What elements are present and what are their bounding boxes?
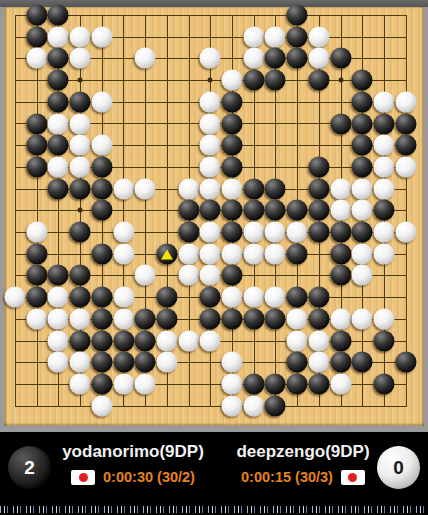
black-stone xyxy=(222,308,243,329)
player-right-block: deepzengo(9DP) 0:00:15 (30/3) xyxy=(218,442,388,485)
black-stone xyxy=(26,287,47,308)
black-stone xyxy=(48,178,69,199)
white-stone xyxy=(70,135,91,156)
white-stone xyxy=(26,222,47,243)
white-stone xyxy=(48,26,69,47)
black-stone xyxy=(373,330,394,351)
black-stone xyxy=(200,308,221,329)
white-stone xyxy=(352,265,373,286)
white-stone xyxy=(287,222,308,243)
black-stone xyxy=(91,352,112,373)
black-stone xyxy=(222,113,243,134)
white-stone xyxy=(91,91,112,112)
black-stone xyxy=(287,48,308,69)
player-right-timer: 0:00:15 (30/3) xyxy=(241,469,333,485)
black-stone xyxy=(243,373,264,394)
white-stone xyxy=(373,91,394,112)
black-stone xyxy=(178,200,199,221)
white-stone xyxy=(395,156,416,177)
white-stone xyxy=(48,287,69,308)
black-stone xyxy=(352,156,373,177)
black-stone xyxy=(70,265,91,286)
black-stone xyxy=(26,26,47,47)
white-stone xyxy=(200,135,221,156)
white-stone xyxy=(243,287,264,308)
white-stone xyxy=(395,91,416,112)
black-stone xyxy=(330,222,351,243)
black-stone xyxy=(91,200,112,221)
white-stone xyxy=(70,308,91,329)
player-left-block: yodanorimo(9DP) 0:00:30 (30/2) xyxy=(48,442,218,485)
black-stone xyxy=(113,352,134,373)
white-stone xyxy=(243,395,264,416)
black-stone xyxy=(308,287,329,308)
white-stone xyxy=(373,135,394,156)
black-stone xyxy=(91,373,112,394)
white-stone xyxy=(330,308,351,329)
white-stone xyxy=(200,222,221,243)
white-stone xyxy=(178,178,199,199)
black-stone xyxy=(352,91,373,112)
black-stone xyxy=(265,48,286,69)
white-stone xyxy=(200,330,221,351)
white-stone xyxy=(178,243,199,264)
black-stone xyxy=(287,26,308,47)
white-stone xyxy=(352,200,373,221)
star-point xyxy=(78,208,83,213)
white-stone xyxy=(222,287,243,308)
black-stone xyxy=(26,135,47,156)
white-stone xyxy=(308,26,329,47)
white-stone xyxy=(352,178,373,199)
black-stone xyxy=(178,222,199,243)
white-stone xyxy=(330,178,351,199)
black-stone xyxy=(352,352,373,373)
black-stone xyxy=(26,113,47,134)
black-stone xyxy=(91,178,112,199)
white-stone xyxy=(373,156,394,177)
japan-flag-icon xyxy=(341,470,365,485)
black-capture-count: 2 xyxy=(8,446,51,489)
white-stone xyxy=(70,373,91,394)
white-stone xyxy=(135,265,156,286)
black-stone xyxy=(330,113,351,134)
white-stone xyxy=(373,243,394,264)
black-stone xyxy=(352,70,373,91)
player-left-timer-row: 0:00:30 (30/2) xyxy=(71,469,195,485)
white-stone xyxy=(222,70,243,91)
white-stone xyxy=(243,222,264,243)
white-stone xyxy=(91,26,112,47)
white-stone xyxy=(243,26,264,47)
black-stone xyxy=(373,200,394,221)
white-stone xyxy=(26,308,47,329)
black-stone xyxy=(395,135,416,156)
white-stone xyxy=(265,287,286,308)
black-stone xyxy=(48,48,69,69)
white-stone xyxy=(222,178,243,199)
white-stone xyxy=(222,352,243,373)
white-stone xyxy=(200,113,221,134)
white-stone xyxy=(5,287,26,308)
black-stone xyxy=(222,91,243,112)
black-stone xyxy=(156,308,177,329)
white-stone xyxy=(135,373,156,394)
black-stone xyxy=(265,70,286,91)
black-stone xyxy=(222,222,243,243)
white-stone xyxy=(178,265,199,286)
white-stone xyxy=(243,243,264,264)
white-stone xyxy=(113,243,134,264)
black-stone xyxy=(395,113,416,134)
white-stone xyxy=(135,48,156,69)
black-stone xyxy=(135,352,156,373)
black-stone xyxy=(200,200,221,221)
black-stone xyxy=(352,222,373,243)
white-stone xyxy=(243,48,264,69)
white-stone xyxy=(113,178,134,199)
white-stone xyxy=(373,308,394,329)
black-stone xyxy=(243,200,264,221)
black-stone xyxy=(91,308,112,329)
white-stone xyxy=(373,178,394,199)
white-stone xyxy=(352,243,373,264)
black-stone xyxy=(70,178,91,199)
black-stone xyxy=(287,352,308,373)
player-info-panel: 2 yodanorimo(9DP) 0:00:30 (30/2) deepzen… xyxy=(0,432,428,515)
black-stone xyxy=(265,178,286,199)
white-stone xyxy=(265,243,286,264)
last-move-triangle-marker xyxy=(161,249,173,259)
white-stone xyxy=(200,48,221,69)
white-stone xyxy=(70,26,91,47)
white-stone xyxy=(91,395,112,416)
black-stone xyxy=(48,91,69,112)
white-stone xyxy=(200,178,221,199)
white-stone xyxy=(200,243,221,264)
black-stone xyxy=(26,265,47,286)
star-point xyxy=(338,78,343,83)
black-stone xyxy=(48,5,69,26)
black-stone xyxy=(308,308,329,329)
white-stone xyxy=(91,135,112,156)
black-stone xyxy=(287,5,308,26)
black-stone xyxy=(48,265,69,286)
player-left-name: yodanorimo(9DP) xyxy=(62,442,204,462)
white-stone xyxy=(70,352,91,373)
black-stone xyxy=(330,48,351,69)
white-stone xyxy=(200,91,221,112)
white-stone xyxy=(222,395,243,416)
black-stone xyxy=(48,135,69,156)
star-point xyxy=(208,78,213,83)
move-history-strip[interactable] xyxy=(0,503,428,515)
white-stone xyxy=(26,48,47,69)
star-point xyxy=(78,78,83,83)
white-stone xyxy=(48,113,69,134)
white-stone xyxy=(395,222,416,243)
white-stone xyxy=(70,113,91,134)
black-stone xyxy=(135,308,156,329)
white-stone xyxy=(308,48,329,69)
black-stone xyxy=(287,287,308,308)
black-stone xyxy=(287,373,308,394)
black-stone xyxy=(91,243,112,264)
player-left-timer: 0:00:30 (30/2) xyxy=(103,469,195,485)
black-stone xyxy=(373,373,394,394)
black-stone xyxy=(200,287,221,308)
white-stone xyxy=(265,222,286,243)
white-capture-count: 0 xyxy=(377,446,420,489)
black-stone xyxy=(91,287,112,308)
white-stone xyxy=(330,200,351,221)
black-stone xyxy=(91,330,112,351)
black-stone xyxy=(330,243,351,264)
black-stone xyxy=(222,135,243,156)
black-stone xyxy=(287,200,308,221)
black-stone xyxy=(26,156,47,177)
black-stone xyxy=(352,113,373,134)
white-stone xyxy=(113,222,134,243)
white-stone xyxy=(70,156,91,177)
black-stone xyxy=(26,243,47,264)
white-stone xyxy=(135,178,156,199)
black-stone xyxy=(26,5,47,26)
black-stone xyxy=(243,178,264,199)
white-stone xyxy=(48,352,69,373)
white-stone xyxy=(113,308,134,329)
black-stone xyxy=(222,156,243,177)
black-stone xyxy=(330,265,351,286)
black-stone xyxy=(48,70,69,91)
black-stone xyxy=(308,200,329,221)
black-stone xyxy=(70,91,91,112)
black-stone xyxy=(265,200,286,221)
white-stone xyxy=(287,330,308,351)
white-stone xyxy=(308,330,329,351)
black-stone xyxy=(308,222,329,243)
white-stone xyxy=(113,287,134,308)
black-stone xyxy=(265,373,286,394)
white-stone xyxy=(200,265,221,286)
black-stone xyxy=(222,200,243,221)
black-stone xyxy=(330,330,351,351)
white-stone xyxy=(48,308,69,329)
black-stone xyxy=(70,222,91,243)
black-stone xyxy=(373,113,394,134)
white-stone xyxy=(373,222,394,243)
white-stone xyxy=(308,352,329,373)
black-stone xyxy=(243,70,264,91)
black-stone xyxy=(156,287,177,308)
white-stone xyxy=(352,308,373,329)
black-stone xyxy=(287,243,308,264)
black-stone xyxy=(308,156,329,177)
white-stone xyxy=(178,330,199,351)
white-stone xyxy=(113,373,134,394)
black-stone xyxy=(265,395,286,416)
go-board[interactable] xyxy=(0,7,428,432)
white-stone xyxy=(330,373,351,394)
white-stone xyxy=(48,156,69,177)
player-right-timer-row: 0:00:15 (30/3) xyxy=(241,469,365,485)
black-stone xyxy=(91,156,112,177)
white-stone xyxy=(222,373,243,394)
white-stone xyxy=(70,48,91,69)
black-stone xyxy=(222,265,243,286)
black-stone xyxy=(70,287,91,308)
black-stone xyxy=(352,135,373,156)
white-stone xyxy=(156,330,177,351)
white-stone xyxy=(156,352,177,373)
japan-flag-icon xyxy=(71,470,95,485)
go-app-screen: 2 yodanorimo(9DP) 0:00:30 (30/2) deepzen… xyxy=(0,0,428,515)
black-stone xyxy=(308,373,329,394)
white-stone xyxy=(222,243,243,264)
black-stone xyxy=(135,330,156,351)
black-stone xyxy=(265,308,286,329)
black-stone xyxy=(330,352,351,373)
black-stone xyxy=(243,308,264,329)
black-stone xyxy=(308,70,329,91)
black-stone xyxy=(70,330,91,351)
black-stone xyxy=(113,330,134,351)
black-stone xyxy=(308,178,329,199)
white-stone xyxy=(287,308,308,329)
player-right-name: deepzengo(9DP) xyxy=(236,442,369,462)
white-stone xyxy=(48,330,69,351)
white-stone xyxy=(200,156,221,177)
black-stone xyxy=(395,352,416,373)
white-stone xyxy=(265,26,286,47)
